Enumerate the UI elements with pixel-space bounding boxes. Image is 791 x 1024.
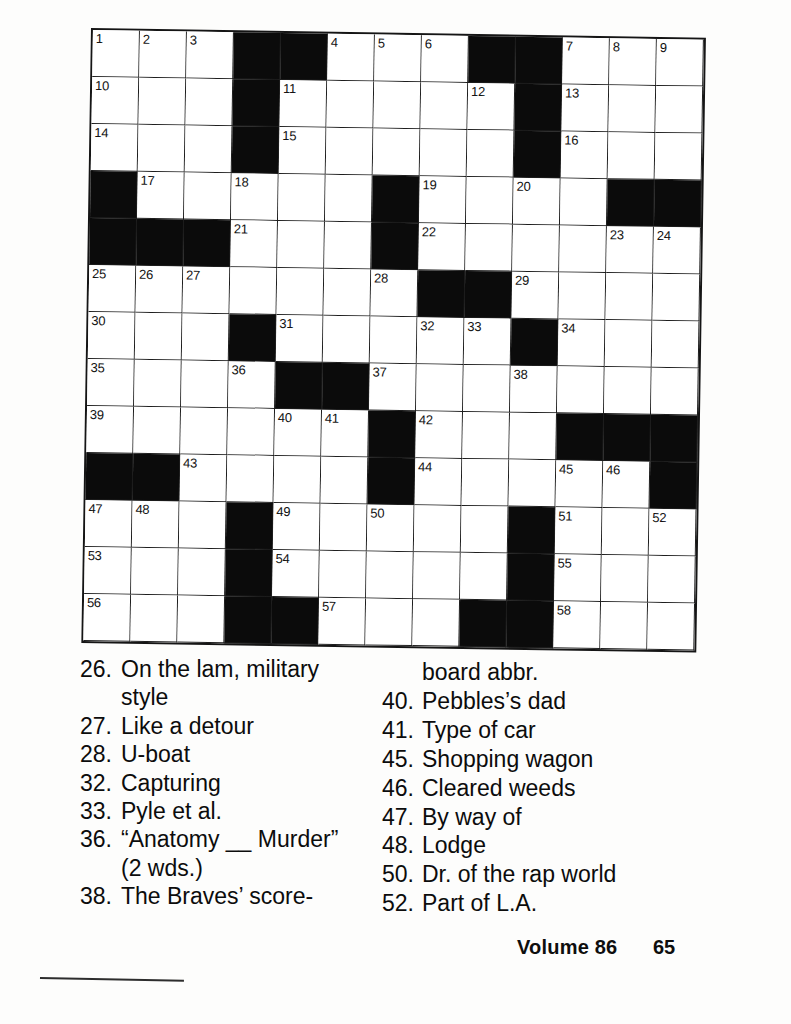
clues-column-right: board abbr.40.Pebbles’s dad41.Type of ca… [372, 658, 680, 918]
clue-item: 47.By way of [372, 803, 680, 832]
scanned-crossword-page: 1234567891011121314151617181920212223242… [0, 0, 791, 1024]
clue-text: Pyle et al. [121, 798, 222, 824]
black-cell [232, 79, 280, 127]
white-cell[interactable] [655, 133, 703, 181]
cell-number: 15 [282, 128, 296, 143]
clue-text: Like a detour [121, 713, 254, 739]
clue-item: 33.Pyle et al. [62, 797, 350, 825]
white-cell[interactable]: 34 [558, 319, 606, 367]
white-cell[interactable] [133, 407, 181, 455]
white-cell[interactable] [277, 221, 325, 269]
cell-number: 2 [143, 32, 150, 47]
white-cell[interactable]: 55 [554, 554, 602, 602]
clue-item: 46.Cleared weeds [372, 774, 680, 803]
clue-number: 41. [372, 716, 414, 745]
cell-number: 29 [515, 273, 529, 288]
white-cell[interactable]: 6 [421, 35, 469, 83]
white-cell[interactable] [652, 321, 700, 369]
clue-number: 32. [62, 769, 112, 797]
white-cell[interactable]: 44 [415, 458, 463, 506]
clue-text: Pebbles’s dad [422, 688, 566, 714]
white-cell[interactable] [365, 598, 413, 646]
white-cell[interactable] [179, 501, 227, 549]
black-cell [514, 84, 562, 132]
white-cell[interactable]: 7 [562, 37, 610, 85]
white-cell[interactable] [461, 506, 509, 554]
white-cell[interactable] [558, 272, 606, 320]
white-cell[interactable]: 30 [88, 312, 136, 360]
white-cell[interactable]: 31 [276, 315, 324, 363]
white-cell[interactable] [138, 125, 186, 173]
cell-number: 16 [564, 132, 578, 147]
white-cell[interactable]: 36 [228, 361, 276, 409]
white-cell[interactable] [182, 313, 230, 361]
white-cell[interactable] [604, 367, 652, 415]
clue-text: “Anatomy __ Murder” (2 wds.) [121, 826, 338, 880]
cell-number: 55 [558, 555, 572, 570]
cell-number: 57 [322, 599, 336, 614]
black-cell [368, 457, 416, 505]
white-cell[interactable]: 12 [467, 83, 515, 131]
black-cell [226, 502, 274, 550]
black-cell [133, 454, 181, 502]
white-cell[interactable] [373, 128, 421, 176]
cell-number: 33 [467, 319, 481, 334]
cell-number: 17 [140, 173, 154, 188]
white-cell[interactable]: 16 [561, 131, 609, 179]
white-cell[interactable] [462, 412, 510, 460]
white-cell[interactable] [557, 366, 605, 414]
clue-number: 45. [372, 745, 414, 774]
white-cell[interactable] [460, 553, 508, 601]
white-cell[interactable]: 17 [137, 172, 185, 220]
white-cell[interactable] [652, 274, 700, 322]
white-cell[interactable] [373, 81, 421, 129]
white-cell[interactable]: 18 [231, 173, 279, 221]
cell-number: 23 [610, 227, 624, 242]
page-number: 65 [653, 936, 675, 959]
crossword-grid: 1234567891011121314151617181920212223242… [81, 28, 706, 653]
cell-number: 37 [373, 364, 387, 379]
white-cell[interactable] [130, 595, 178, 643]
white-cell[interactable] [509, 413, 557, 461]
clue-number: 27. [62, 712, 112, 740]
clue-text: board abbr. [422, 659, 538, 685]
cell-number: 22 [422, 224, 436, 239]
clue-number: 50. [372, 860, 414, 889]
white-cell[interactable]: 40 [274, 409, 322, 457]
cell-number: 12 [471, 84, 485, 99]
white-cell[interactable]: 37 [369, 363, 417, 411]
white-cell[interactable] [325, 175, 373, 223]
clue-number: 36. [62, 825, 112, 853]
cell-number: 56 [87, 595, 101, 610]
cell-number: 26 [139, 267, 153, 282]
black-cell [514, 131, 562, 179]
cell-number: 43 [183, 456, 197, 471]
cell-number: 38 [513, 367, 527, 382]
white-cell[interactable] [467, 130, 515, 178]
cell-number: 4 [331, 35, 338, 50]
cell-number: 48 [135, 502, 149, 517]
white-cell[interactable]: 39 [86, 406, 134, 454]
black-cell [233, 32, 281, 80]
white-cell[interactable]: 50 [367, 504, 415, 552]
white-cell[interactable]: 32 [417, 317, 465, 365]
white-cell[interactable] [600, 602, 648, 650]
cell-number: 46 [606, 462, 620, 477]
white-cell[interactable] [512, 225, 560, 273]
clue-number: 46. [372, 774, 414, 803]
clue-number: 28. [62, 740, 112, 768]
white-cell[interactable]: 23 [606, 226, 654, 274]
bottom-rule [40, 977, 184, 982]
clue-number: 52. [372, 889, 414, 918]
clue-item: 41.Type of car [372, 716, 680, 745]
clues-column-left: 26.On the lam, military style27.Like a d… [62, 655, 350, 911]
black-cell [280, 33, 328, 81]
white-cell[interactable] [655, 86, 703, 134]
white-cell[interactable]: 51 [555, 507, 603, 555]
white-cell[interactable]: 49 [273, 503, 321, 551]
cell-number: 14 [94, 125, 108, 140]
white-cell[interactable] [134, 360, 182, 408]
cell-number: 49 [276, 504, 290, 519]
white-cell[interactable]: 38 [510, 366, 558, 414]
white-cell[interactable]: 41 [321, 410, 369, 458]
cell-number: 58 [557, 602, 571, 617]
cell-number: 44 [418, 459, 432, 474]
white-cell[interactable] [462, 459, 510, 507]
clue-item: 27.Like a detour [62, 712, 350, 740]
black-cell [459, 600, 507, 648]
black-cell [506, 601, 554, 649]
cell-number: 50 [370, 505, 384, 520]
white-cell[interactable]: 52 [649, 509, 697, 557]
black-cell [90, 171, 138, 219]
cell-number: 45 [559, 461, 573, 476]
cell-number: 1 [96, 31, 103, 46]
black-cell [86, 453, 134, 501]
white-cell[interactable] [323, 316, 371, 364]
cell-number: 53 [88, 548, 102, 563]
cell-number: 6 [425, 36, 432, 51]
cell-number: 20 [516, 179, 530, 194]
white-cell[interactable] [651, 368, 699, 416]
white-cell[interactable] [185, 125, 233, 173]
clue-text: Capturing [121, 770, 221, 796]
white-cell[interactable]: 43 [180, 454, 228, 502]
white-cell[interactable]: 29 [511, 272, 559, 320]
white-cell[interactable] [413, 552, 461, 600]
white-cell[interactable]: 11 [279, 80, 327, 128]
white-cell[interactable]: 54 [272, 550, 320, 598]
white-cell[interactable] [181, 360, 229, 408]
clue-item: 38.The Braves’ score- [62, 882, 350, 910]
white-cell[interactable] [178, 548, 226, 596]
white-cell[interactable] [420, 82, 468, 130]
cell-number: 13 [565, 85, 579, 100]
cell-number: 25 [92, 266, 106, 281]
black-cell [507, 554, 555, 602]
cell-number: 39 [90, 407, 104, 422]
white-cell[interactable] [278, 174, 326, 222]
white-cell[interactable]: 15 [279, 127, 327, 175]
white-cell[interactable] [559, 225, 607, 273]
cell-number: 27 [186, 268, 200, 283]
cell-number: 54 [276, 551, 290, 566]
white-cell[interactable] [135, 313, 183, 361]
white-cell[interactable]: 3 [186, 32, 234, 80]
clue-text: Shopping wagon [422, 746, 593, 772]
clue-item: 32.Capturing [62, 769, 350, 797]
black-cell [556, 413, 604, 461]
white-cell[interactable] [370, 316, 418, 364]
white-cell[interactable] [648, 556, 696, 604]
white-cell[interactable] [177, 595, 225, 643]
cell-number: 40 [278, 410, 292, 425]
white-cell[interactable]: 13 [561, 84, 609, 132]
black-cell [603, 414, 651, 462]
white-cell[interactable]: 14 [91, 124, 139, 172]
white-cell[interactable] [230, 267, 278, 315]
cell-number: 7 [566, 38, 573, 53]
black-cell [650, 415, 698, 463]
white-cell[interactable] [366, 551, 414, 599]
white-cell[interactable] [601, 555, 649, 603]
white-cell[interactable] [463, 365, 511, 413]
white-cell[interactable] [274, 456, 322, 504]
white-cell[interactable]: 9 [656, 39, 704, 87]
cell-number: 35 [91, 360, 105, 375]
white-cell[interactable]: 47 [85, 500, 133, 548]
white-cell[interactable]: 19 [419, 176, 467, 224]
white-cell[interactable]: 10 [91, 77, 139, 125]
clue-item: 50.Dr. of the rap world [372, 860, 680, 889]
black-cell [650, 462, 698, 510]
white-cell[interactable]: 28 [371, 269, 419, 317]
black-cell [372, 175, 420, 223]
cell-number: 18 [234, 174, 248, 189]
white-cell[interactable] [412, 599, 460, 647]
white-cell[interactable] [465, 224, 513, 272]
volume-label: Volume 86 [517, 936, 617, 959]
white-cell[interactable] [277, 268, 325, 316]
cell-number: 21 [234, 221, 248, 236]
clue-text: U-boat [121, 741, 190, 767]
black-cell [89, 218, 137, 266]
black-cell [468, 36, 516, 84]
clue-number: 47. [372, 803, 414, 832]
white-cell[interactable] [326, 81, 374, 129]
white-cell[interactable]: 35 [87, 359, 135, 407]
white-cell[interactable] [138, 78, 186, 126]
white-cell[interactable]: 25 [89, 265, 137, 313]
black-cell [271, 597, 319, 645]
white-cell[interactable] [184, 172, 232, 220]
clue-text: Cleared weeds [422, 775, 575, 801]
clue-item: 36.“Anatomy __ Murder” (2 wds.) [62, 825, 350, 882]
cell-number: 24 [657, 228, 671, 243]
clue-text: On the lam, military style [121, 656, 319, 710]
black-cell [417, 270, 465, 318]
black-cell [224, 596, 272, 644]
clue-text: Part of L.A. [422, 890, 537, 916]
cell-number: 42 [419, 412, 433, 427]
white-cell[interactable] [414, 505, 462, 553]
black-cell [371, 222, 419, 270]
white-cell[interactable] [560, 178, 608, 226]
white-cell[interactable]: 8 [609, 38, 657, 86]
white-cell[interactable]: 22 [418, 223, 466, 271]
white-cell[interactable]: 2 [139, 31, 187, 79]
black-cell [225, 549, 273, 597]
cell-number: 10 [95, 78, 109, 93]
cell-number: 19 [422, 177, 436, 192]
clue-item: 48.Lodge [372, 831, 680, 860]
black-cell [607, 179, 655, 227]
clue-number: 33. [62, 797, 112, 825]
clue-number: 40. [372, 687, 414, 716]
black-cell [322, 363, 370, 411]
black-cell [515, 37, 563, 85]
black-cell [136, 219, 184, 267]
cell-number: 9 [660, 40, 667, 55]
white-cell[interactable]: 21 [230, 220, 278, 268]
white-cell[interactable] [320, 504, 368, 552]
white-cell[interactable] [326, 128, 374, 176]
black-cell [275, 362, 323, 410]
clue-text: Lodge [422, 832, 486, 858]
cell-number: 31 [279, 316, 293, 331]
clue-text: The Braves’ score- [121, 883, 313, 909]
clue-continuation: board abbr. [372, 658, 680, 687]
white-cell[interactable]: 1 [92, 30, 140, 78]
cell-number: 8 [613, 39, 620, 54]
white-cell[interactable]: 20 [513, 178, 561, 226]
clue-item: 45.Shopping wagon [372, 745, 680, 774]
white-cell[interactable] [608, 132, 656, 180]
black-cell [511, 319, 559, 367]
cell-number: 41 [325, 411, 339, 426]
clue-item: 40.Pebbles’s dad [372, 687, 680, 716]
cell-number: 47 [88, 501, 102, 516]
white-cell[interactable]: 48 [132, 501, 180, 549]
white-cell[interactable]: 56 [83, 594, 131, 642]
white-cell[interactable] [319, 551, 367, 599]
white-cell[interactable] [321, 457, 369, 505]
cell-number: 11 [283, 81, 296, 96]
black-cell [654, 180, 702, 228]
white-cell[interactable]: 46 [603, 461, 651, 509]
black-cell [183, 219, 231, 267]
white-cell[interactable] [227, 455, 275, 503]
white-cell[interactable]: 57 [318, 598, 366, 646]
white-cell[interactable] [131, 548, 179, 596]
black-cell [232, 126, 280, 174]
white-cell[interactable]: 53 [84, 547, 132, 595]
cell-number: 28 [374, 270, 388, 285]
cell-number: 30 [91, 313, 105, 328]
clue-number: 48. [372, 831, 414, 860]
white-cell[interactable] [602, 508, 650, 556]
white-cell[interactable]: 33 [464, 318, 512, 366]
white-cell[interactable] [420, 129, 468, 177]
white-cell[interactable] [647, 603, 695, 651]
clue-text: By way of [422, 804, 522, 830]
white-cell[interactable]: 4 [327, 34, 375, 82]
cell-number: 3 [190, 33, 197, 48]
white-cell[interactable] [185, 79, 233, 127]
clue-item: 52.Part of L.A. [372, 889, 680, 918]
white-cell[interactable] [509, 460, 557, 508]
clue-item: 26.On the lam, military style [62, 655, 350, 712]
white-cell[interactable] [180, 407, 228, 455]
white-cell[interactable]: 5 [374, 34, 422, 82]
black-cell [229, 314, 277, 362]
cell-number: 32 [420, 318, 434, 333]
black-cell [508, 507, 556, 555]
cell-number: 51 [558, 508, 572, 523]
white-cell[interactable] [605, 273, 653, 321]
white-cell[interactable] [227, 408, 275, 456]
cell-number: 52 [652, 510, 666, 525]
white-cell[interactable]: 58 [553, 601, 601, 649]
cell-number: 34 [561, 320, 575, 335]
clue-item: 28.U-boat [62, 740, 350, 768]
clue-text: Dr. of the rap world [422, 861, 616, 887]
white-cell[interactable] [466, 177, 514, 225]
white-cell[interactable] [605, 320, 653, 368]
white-cell[interactable]: 27 [183, 266, 231, 314]
cell-number: 36 [232, 362, 246, 377]
white-cell[interactable]: 24 [653, 227, 701, 275]
white-cell[interactable] [324, 222, 372, 270]
clue-number: 38. [62, 882, 112, 910]
clue-number: 26. [62, 655, 112, 683]
white-cell[interactable]: 26 [136, 266, 184, 314]
black-cell [368, 410, 416, 458]
clue-text: Type of car [422, 717, 536, 743]
white-cell[interactable] [416, 364, 464, 412]
black-cell [464, 271, 512, 319]
white-cell[interactable] [608, 85, 656, 133]
cell-number: 5 [378, 36, 385, 51]
white-cell[interactable] [324, 269, 372, 317]
white-cell[interactable]: 45 [556, 460, 604, 508]
white-cell[interactable]: 42 [415, 411, 463, 459]
